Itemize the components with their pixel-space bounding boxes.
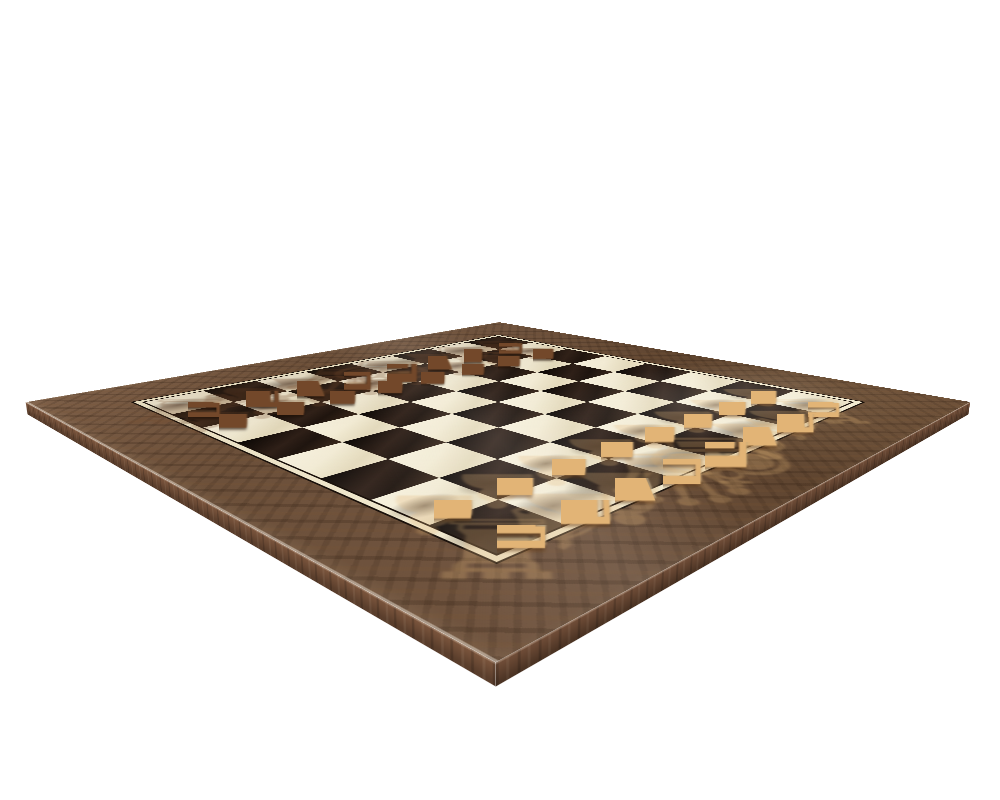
chess-set-photo: ♜♞♝♛♚♝♞♜♟♟♟♟♟♟♟♟♟♟♟♟♟♟♟♟♜♞♝♛♚♝♞♜ ♜♞♝♛♚♝♞…: [0, 0, 1000, 800]
